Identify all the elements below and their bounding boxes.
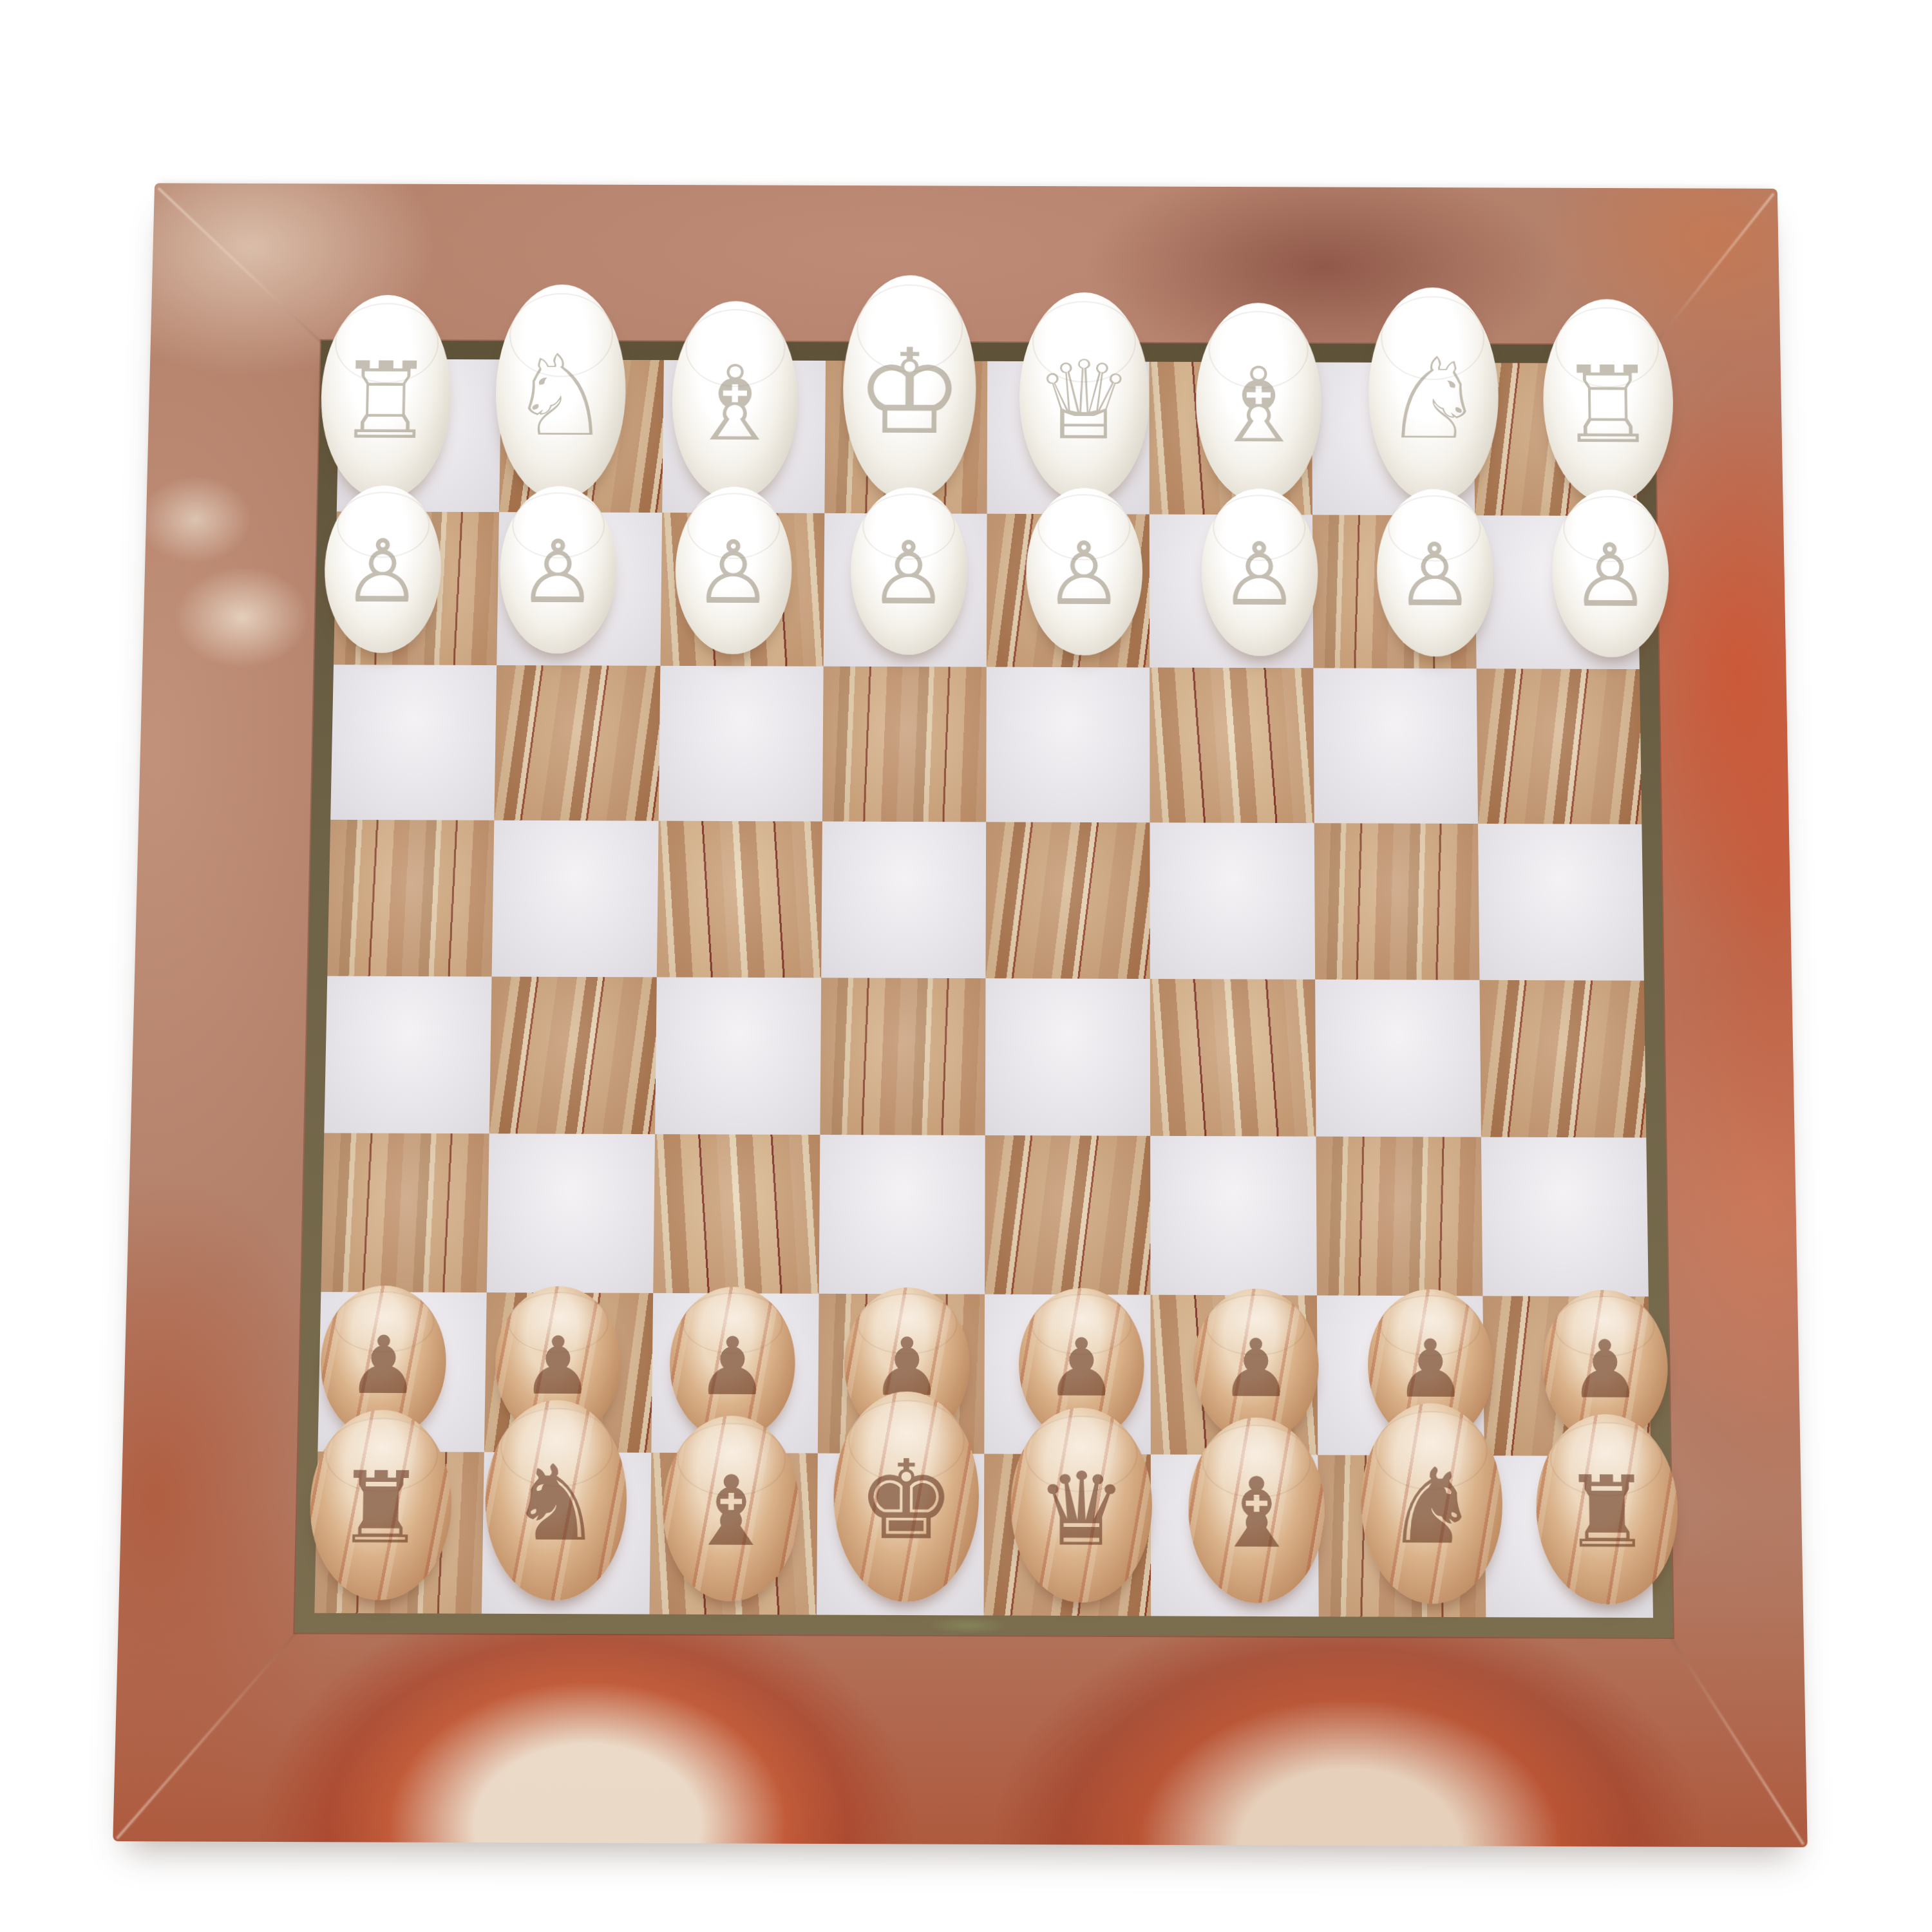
black-knight-glyph: ♞ [484,1452,627,1557]
photo-background: { "game": "chess", "scene": "Overhead ph… [0,0,1932,1932]
black-king-glyph: ♚ [833,1446,979,1556]
white-king-glyph: ♔ [843,334,976,451]
black-bishop[interactable]: ♝ [661,1416,800,1602]
black-rook-glyph: ♜ [309,1459,453,1558]
white-rook-glyph: ♖ [320,348,451,455]
black-pawn-glyph: ♟ [1193,1328,1319,1408]
black-queen-glyph: ♛ [1010,1458,1152,1560]
black-knight[interactable]: ♞ [484,1400,628,1602]
black-pawn-glyph: ♟ [1367,1329,1494,1409]
white-pawn-glyph: ♙ [1201,531,1318,619]
black-king[interactable]: ♚ [833,1392,980,1603]
black-knight-glyph: ♞ [1361,1455,1503,1560]
white-pawn[interactable]: ♙ [1201,488,1318,656]
white-queen-glyph: ♕ [1019,346,1150,456]
white-pawn-glyph: ♙ [323,529,441,616]
white-pawn-glyph: ♙ [675,529,792,617]
black-bishop-glyph: ♝ [662,1464,800,1561]
white-king[interactable]: ♔ [842,275,976,501]
black-knight[interactable]: ♞ [1360,1403,1503,1605]
black-pawn-glyph: ♟ [1018,1327,1144,1408]
white-bishop-glyph: ♗ [1196,354,1321,459]
black-rook[interactable]: ♜ [308,1410,453,1601]
black-pawn-glyph: ♟ [1542,1329,1669,1410]
white-pawn-glyph: ♙ [499,529,616,617]
white-pawn[interactable]: ♙ [1551,489,1669,658]
white-knight-glyph: ♘ [1368,343,1499,456]
white-pawn-glyph: ♙ [1026,531,1142,618]
white-queen[interactable]: ♕ [1019,292,1149,502]
white-rook-glyph: ♖ [1542,352,1674,459]
black-rook-glyph: ♜ [1536,1463,1679,1563]
white-bishop[interactable]: ♗ [671,301,798,500]
black-pawn-glyph: ♟ [495,1326,621,1406]
black-pawn-glyph: ♟ [319,1325,447,1406]
white-pawn[interactable]: ♙ [850,487,967,655]
pieces-layer: ♖♘♗♔♕♗♘♖♙♙♙♙♙♙♙♙♟♟♟♟♟♟♟♟♜♞♝♚♛♝♞♜ [314,359,1672,1618]
chess-board: ♖♘♗♔♕♗♘♖♙♙♙♙♙♙♙♙♟♟♟♟♟♟♟♟♜♞♝♚♛♝♞♜ [113,183,1807,1847]
white-pawn-glyph: ♙ [1551,533,1669,620]
white-bishop-glyph: ♗ [672,352,798,457]
black-rook[interactable]: ♜ [1535,1414,1680,1605]
white-pawn[interactable]: ♙ [1376,489,1494,657]
white-pawn[interactable]: ♙ [323,485,442,653]
white-pawn[interactable]: ♙ [674,486,792,654]
white-knight-glyph: ♘ [495,340,626,453]
black-queen[interactable]: ♛ [1010,1408,1152,1604]
white-pawn[interactable]: ♙ [1026,488,1142,656]
white-pawn[interactable]: ♙ [498,486,617,654]
white-pawn-glyph: ♙ [1376,532,1493,620]
black-bishop[interactable]: ♝ [1188,1417,1325,1604]
black-pawn-glyph: ♟ [669,1327,796,1407]
black-bishop-glyph: ♝ [1188,1466,1325,1563]
white-bishop[interactable]: ♗ [1196,303,1322,502]
brass-tarnish-spot [929,1616,1007,1634]
white-pawn-glyph: ♙ [850,530,967,618]
